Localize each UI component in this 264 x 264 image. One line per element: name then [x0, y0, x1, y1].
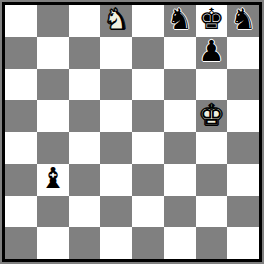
square-b1[interactable] [37, 227, 69, 259]
chess-diagram: ♞♞♚♞♟♚♝ [0, 0, 264, 264]
square-h6[interactable] [227, 69, 259, 101]
square-c4[interactable] [69, 132, 101, 164]
square-b6[interactable] [37, 69, 69, 101]
square-c5[interactable] [69, 100, 101, 132]
square-a5[interactable] [5, 100, 37, 132]
square-b8[interactable] [37, 5, 69, 37]
square-g2[interactable] [196, 196, 228, 228]
square-d3[interactable] [100, 164, 132, 196]
square-a3[interactable] [5, 164, 37, 196]
square-f6[interactable] [164, 69, 196, 101]
square-f8[interactable]: ♞ [164, 5, 196, 37]
piece-black-pawn[interactable]: ♟ [198, 37, 224, 66]
square-b3[interactable]: ♝ [37, 164, 69, 196]
square-f1[interactable] [164, 227, 196, 259]
piece-white-king[interactable]: ♚ [198, 101, 224, 130]
square-a7[interactable] [5, 37, 37, 69]
square-c7[interactable] [69, 37, 101, 69]
square-a4[interactable] [5, 132, 37, 164]
square-f2[interactable] [164, 196, 196, 228]
square-f4[interactable] [164, 132, 196, 164]
square-d8[interactable]: ♞ [100, 5, 132, 37]
piece-white-knight[interactable]: ♞ [103, 5, 129, 34]
square-d1[interactable] [100, 227, 132, 259]
square-a2[interactable] [5, 196, 37, 228]
square-d2[interactable] [100, 196, 132, 228]
square-c1[interactable] [69, 227, 101, 259]
square-h2[interactable] [227, 196, 259, 228]
square-g4[interactable] [196, 132, 228, 164]
square-g1[interactable] [196, 227, 228, 259]
square-e1[interactable] [132, 227, 164, 259]
square-e2[interactable] [132, 196, 164, 228]
square-d4[interactable] [100, 132, 132, 164]
square-g5[interactable]: ♚ [196, 100, 228, 132]
square-e8[interactable] [132, 5, 164, 37]
square-c2[interactable] [69, 196, 101, 228]
square-c8[interactable] [69, 5, 101, 37]
square-e3[interactable] [132, 164, 164, 196]
piece-black-knight[interactable]: ♞ [230, 5, 256, 34]
square-g8[interactable]: ♚ [196, 5, 228, 37]
square-e4[interactable] [132, 132, 164, 164]
square-d5[interactable] [100, 100, 132, 132]
square-e5[interactable] [132, 100, 164, 132]
piece-black-bishop[interactable]: ♝ [40, 164, 66, 193]
square-b2[interactable] [37, 196, 69, 228]
square-g7[interactable]: ♟ [196, 37, 228, 69]
square-f5[interactable] [164, 100, 196, 132]
square-g3[interactable] [196, 164, 228, 196]
square-a6[interactable] [5, 69, 37, 101]
square-h8[interactable]: ♞ [227, 5, 259, 37]
square-h4[interactable] [227, 132, 259, 164]
piece-black-knight[interactable]: ♞ [167, 5, 193, 34]
piece-black-king[interactable]: ♚ [198, 5, 224, 34]
square-g6[interactable] [196, 69, 228, 101]
square-h7[interactable] [227, 37, 259, 69]
square-f7[interactable] [164, 37, 196, 69]
square-b7[interactable] [37, 37, 69, 69]
square-e6[interactable] [132, 69, 164, 101]
square-b4[interactable] [37, 132, 69, 164]
square-h3[interactable] [227, 164, 259, 196]
square-a8[interactable] [5, 5, 37, 37]
square-f3[interactable] [164, 164, 196, 196]
square-b5[interactable] [37, 100, 69, 132]
square-a1[interactable] [5, 227, 37, 259]
square-h1[interactable] [227, 227, 259, 259]
square-h5[interactable] [227, 100, 259, 132]
square-c6[interactable] [69, 69, 101, 101]
square-d6[interactable] [100, 69, 132, 101]
square-e7[interactable] [132, 37, 164, 69]
square-c3[interactable] [69, 164, 101, 196]
square-d7[interactable] [100, 37, 132, 69]
chess-board: ♞♞♚♞♟♚♝ [2, 2, 262, 262]
